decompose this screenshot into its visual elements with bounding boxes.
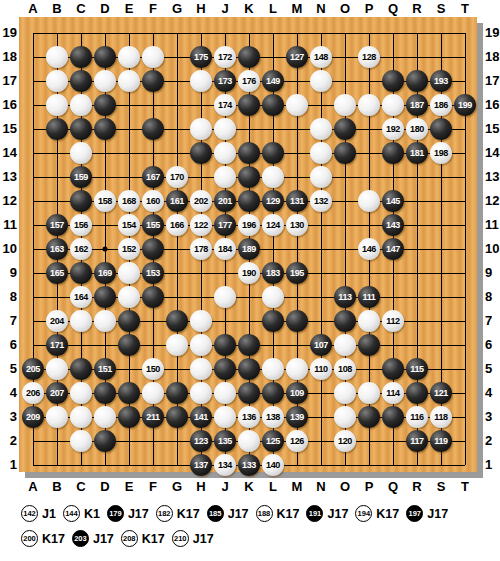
stone-N18[interactable]: 148 bbox=[310, 46, 332, 68]
stone-L7[interactable] bbox=[262, 310, 284, 332]
stone-B16[interactable] bbox=[46, 94, 68, 116]
stone-H3[interactable]: 141 bbox=[190, 406, 212, 428]
stone-J6[interactable] bbox=[214, 334, 236, 356]
stone-D15[interactable] bbox=[94, 118, 116, 140]
stone-L13[interactable] bbox=[262, 166, 284, 188]
caption-point-label: J17 bbox=[193, 532, 214, 546]
stone-N17[interactable] bbox=[310, 70, 332, 92]
stone-S3[interactable]: 118 bbox=[430, 406, 452, 428]
stone-E10[interactable]: 152 bbox=[118, 238, 140, 260]
stone-B7[interactable]: 204 bbox=[46, 310, 68, 332]
stone-D3[interactable] bbox=[94, 406, 116, 428]
col-label-H: H bbox=[196, 2, 205, 16]
stone-L11[interactable]: 124 bbox=[262, 214, 284, 236]
row-label-19-right: 19 bbox=[485, 26, 500, 40]
stone-G6[interactable] bbox=[166, 334, 188, 356]
stone-Q10[interactable]: 147 bbox=[382, 238, 404, 260]
stone-C11[interactable]: 156 bbox=[70, 214, 92, 236]
caption-stone-200: 200 bbox=[21, 530, 38, 547]
stone-O3[interactable] bbox=[334, 406, 356, 428]
stone-C14[interactable] bbox=[70, 142, 92, 164]
stone-H10[interactable]: 178 bbox=[190, 238, 212, 260]
col-label-L: L bbox=[269, 480, 277, 494]
stone-B18[interactable] bbox=[46, 46, 68, 68]
stone-L3[interactable]: 138 bbox=[262, 406, 284, 428]
stone-M12[interactable]: 131 bbox=[286, 190, 308, 212]
row-label-18-left: 18 bbox=[0, 50, 17, 64]
stone-F17[interactable] bbox=[142, 70, 164, 92]
stone-J2[interactable]: 135 bbox=[214, 430, 236, 452]
stone-Q3[interactable] bbox=[382, 406, 404, 428]
stone-E18[interactable] bbox=[118, 46, 140, 68]
stone-C15[interactable] bbox=[70, 118, 92, 140]
stone-Q4[interactable]: 114 bbox=[382, 382, 404, 404]
stone-O16[interactable] bbox=[334, 94, 356, 116]
col-label-C: C bbox=[76, 480, 85, 494]
stone-K10[interactable]: 189 bbox=[238, 238, 260, 260]
stone-F8[interactable] bbox=[142, 286, 164, 308]
stone-P7[interactable] bbox=[358, 310, 380, 332]
stone-R5[interactable]: 115 bbox=[406, 358, 428, 380]
stone-F13[interactable]: 167 bbox=[142, 166, 164, 188]
stone-D18[interactable] bbox=[94, 46, 116, 68]
stone-B15[interactable] bbox=[46, 118, 68, 140]
stone-P16[interactable] bbox=[358, 94, 380, 116]
stone-F15[interactable] bbox=[142, 118, 164, 140]
stone-F10[interactable] bbox=[142, 238, 164, 260]
col-label-T: T bbox=[461, 2, 469, 16]
stone-H4[interactable] bbox=[190, 382, 212, 404]
stone-C10[interactable]: 162 bbox=[70, 238, 92, 260]
caption-move-142: 142J1 bbox=[21, 505, 56, 522]
stone-G13[interactable]: 170 bbox=[166, 166, 188, 188]
stone-K9[interactable]: 190 bbox=[238, 262, 260, 284]
stone-J5[interactable] bbox=[214, 358, 236, 380]
stone-Q15[interactable]: 192 bbox=[382, 118, 404, 140]
stone-J3[interactable] bbox=[214, 406, 236, 428]
stone-C9[interactable] bbox=[70, 262, 92, 284]
row-label-14-right: 14 bbox=[485, 146, 500, 160]
row-label-17-right: 17 bbox=[485, 74, 500, 88]
stone-K12[interactable] bbox=[238, 190, 260, 212]
col-label-C: C bbox=[76, 2, 85, 16]
stone-J1[interactable]: 134 bbox=[214, 454, 236, 476]
stone-K13[interactable] bbox=[238, 166, 260, 188]
stone-N13[interactable] bbox=[310, 166, 332, 188]
caption-move-203: 203J17 bbox=[72, 530, 114, 547]
stone-F18[interactable] bbox=[142, 46, 164, 68]
stone-R16[interactable]: 187 bbox=[406, 94, 428, 116]
stone-L2[interactable]: 125 bbox=[262, 430, 284, 452]
stone-R14[interactable]: 181 bbox=[406, 142, 428, 164]
stone-F4[interactable] bbox=[142, 382, 164, 404]
stone-H17[interactable] bbox=[190, 70, 212, 92]
stone-S2[interactable]: 119 bbox=[430, 430, 452, 452]
stone-G12[interactable]: 161 bbox=[166, 190, 188, 212]
caption-stone-179: 179 bbox=[107, 505, 124, 522]
stone-G3[interactable] bbox=[166, 406, 188, 428]
stone-Q5[interactable] bbox=[382, 358, 404, 380]
col-label-E: E bbox=[125, 480, 134, 494]
caption-move-210: 210J17 bbox=[172, 530, 214, 547]
stone-K16[interactable] bbox=[238, 94, 260, 116]
stone-F3[interactable]: 211 bbox=[142, 406, 164, 428]
stone-L5[interactable] bbox=[262, 358, 284, 380]
caption-move-194: 194K17 bbox=[355, 505, 399, 522]
stone-M2[interactable]: 126 bbox=[286, 430, 308, 452]
stone-L4[interactable] bbox=[262, 382, 284, 404]
row-label-17-left: 17 bbox=[0, 74, 17, 88]
stone-Q11[interactable]: 143 bbox=[382, 214, 404, 236]
stone-N12[interactable]: 132 bbox=[310, 190, 332, 212]
row-label-16-left: 16 bbox=[0, 98, 17, 112]
row-label-4-right: 4 bbox=[485, 386, 500, 400]
stone-D5[interactable]: 151 bbox=[94, 358, 116, 380]
stone-B3[interactable] bbox=[46, 406, 68, 428]
stone-C3[interactable] bbox=[70, 406, 92, 428]
row-label-13-right: 13 bbox=[485, 170, 500, 184]
stone-D4[interactable] bbox=[94, 382, 116, 404]
stone-J14[interactable] bbox=[214, 142, 236, 164]
stone-P4[interactable] bbox=[358, 382, 380, 404]
stone-J4[interactable] bbox=[214, 382, 236, 404]
col-label-J: J bbox=[221, 480, 228, 494]
caption-move-185: 185J17 bbox=[207, 505, 249, 522]
col-label-R: R bbox=[412, 2, 421, 16]
stone-D17[interactable] bbox=[94, 70, 116, 92]
row-label-6-left: 6 bbox=[0, 338, 17, 352]
stone-K17[interactable]: 176 bbox=[238, 70, 260, 92]
stone-H7[interactable] bbox=[190, 310, 212, 332]
stone-H11[interactable]: 122 bbox=[190, 214, 212, 236]
stone-N15[interactable] bbox=[310, 118, 332, 140]
stone-S15[interactable] bbox=[430, 118, 452, 140]
stone-S14[interactable]: 198 bbox=[430, 142, 452, 164]
stone-B17[interactable] bbox=[46, 70, 68, 92]
stone-E3[interactable] bbox=[118, 406, 140, 428]
caption-point-label: J17 bbox=[228, 507, 249, 521]
caption-point-label: J17 bbox=[427, 507, 448, 521]
stone-H6[interactable] bbox=[190, 334, 212, 356]
stone-E12[interactable]: 168 bbox=[118, 190, 140, 212]
stone-H18[interactable]: 175 bbox=[190, 46, 212, 68]
row-label-10-left: 10 bbox=[0, 242, 17, 256]
caption-move-197: 197J17 bbox=[406, 505, 448, 522]
row-label-3-right: 3 bbox=[485, 410, 500, 424]
row-label-16-right: 16 bbox=[485, 98, 500, 112]
col-label-E: E bbox=[125, 2, 134, 16]
col-label-Q: Q bbox=[388, 2, 398, 16]
stone-O14[interactable] bbox=[334, 142, 356, 164]
stone-M9[interactable]: 195 bbox=[286, 262, 308, 284]
col-label-J: J bbox=[221, 2, 228, 16]
stone-K5[interactable] bbox=[238, 358, 260, 380]
row-label-15-left: 15 bbox=[0, 122, 17, 136]
stone-A5[interactable]: 205 bbox=[22, 358, 44, 380]
col-label-L: L bbox=[269, 2, 277, 16]
caption-point-label: J17 bbox=[128, 507, 149, 521]
stone-M18[interactable]: 127 bbox=[286, 46, 308, 68]
stone-J13[interactable] bbox=[214, 166, 236, 188]
stone-H2[interactable]: 123 bbox=[190, 430, 212, 452]
row-label-5-left: 5 bbox=[0, 362, 17, 376]
caption-stone-191: 191 bbox=[306, 505, 323, 522]
caption-move-188: 188K17 bbox=[256, 505, 300, 522]
star-point-D10 bbox=[103, 247, 108, 252]
stone-K11[interactable]: 196 bbox=[238, 214, 260, 236]
stone-D16[interactable] bbox=[94, 94, 116, 116]
stone-R4[interactable] bbox=[406, 382, 428, 404]
stone-F9[interactable]: 153 bbox=[142, 262, 164, 284]
caption-move-191: 191J17 bbox=[306, 505, 348, 522]
stone-C5[interactable] bbox=[70, 358, 92, 380]
col-label-G: G bbox=[172, 2, 182, 16]
stone-H5[interactable] bbox=[190, 358, 212, 380]
stone-E17[interactable] bbox=[118, 70, 140, 92]
stone-C16[interactable] bbox=[70, 94, 92, 116]
row-label-11-left: 11 bbox=[0, 218, 17, 232]
stone-K2[interactable] bbox=[238, 430, 260, 452]
stone-J15[interactable] bbox=[214, 118, 236, 140]
stone-C8[interactable]: 164 bbox=[70, 286, 92, 308]
caption-point-label: J17 bbox=[93, 532, 114, 546]
stone-C17[interactable] bbox=[70, 70, 92, 92]
caption-point-label: K1 bbox=[84, 507, 100, 521]
stone-Q12[interactable]: 145 bbox=[382, 190, 404, 212]
stone-N5[interactable]: 110 bbox=[310, 358, 332, 380]
row-label-15-right: 15 bbox=[485, 122, 500, 136]
stone-M4[interactable]: 109 bbox=[286, 382, 308, 404]
goban[interactable]: 1751721271481281731761491931741871861991… bbox=[19, 17, 477, 472]
stone-P3[interactable] bbox=[358, 406, 380, 428]
col-label-N: N bbox=[316, 480, 325, 494]
stone-O4[interactable] bbox=[334, 382, 356, 404]
stone-B4[interactable]: 207 bbox=[46, 382, 68, 404]
stone-P18[interactable]: 128 bbox=[358, 46, 380, 68]
stone-A4[interactable]: 206 bbox=[22, 382, 44, 404]
stone-A3[interactable]: 209 bbox=[22, 406, 44, 428]
row-label-2-right: 2 bbox=[485, 434, 500, 448]
stone-K1[interactable]: 133 bbox=[238, 454, 260, 476]
stone-Q17[interactable] bbox=[382, 70, 404, 92]
stone-Q14[interactable] bbox=[382, 142, 404, 164]
row-label-12-left: 12 bbox=[0, 194, 17, 208]
col-label-O: O bbox=[340, 480, 350, 494]
col-label-A: A bbox=[28, 2, 37, 16]
stone-D9[interactable]: 169 bbox=[94, 262, 116, 284]
caption-stone-188: 188 bbox=[256, 505, 273, 522]
col-label-M: M bbox=[292, 480, 303, 494]
caption-move-200: 200K17 bbox=[21, 530, 65, 547]
stone-K6[interactable] bbox=[238, 334, 260, 356]
stone-L8[interactable] bbox=[262, 286, 284, 308]
stone-E8[interactable] bbox=[118, 286, 140, 308]
col-label-O: O bbox=[340, 2, 350, 16]
col-label-S: S bbox=[437, 2, 446, 16]
col-label-N: N bbox=[316, 2, 325, 16]
caption-stone-182: 182 bbox=[156, 505, 173, 522]
row-label-18-right: 18 bbox=[485, 50, 500, 64]
stone-S16[interactable]: 186 bbox=[430, 94, 452, 116]
row-label-1-right: 1 bbox=[485, 458, 500, 472]
stone-F11[interactable]: 155 bbox=[142, 214, 164, 236]
stone-P10[interactable]: 146 bbox=[358, 238, 380, 260]
caption-move-144: 144K1 bbox=[63, 505, 100, 522]
stone-T16[interactable]: 199 bbox=[454, 94, 476, 116]
stone-G4[interactable] bbox=[166, 382, 188, 404]
stone-K18[interactable] bbox=[238, 46, 260, 68]
stone-O2[interactable]: 120 bbox=[334, 430, 356, 452]
stone-R2[interactable]: 117 bbox=[406, 430, 428, 452]
col-label-D: D bbox=[100, 480, 109, 494]
stone-C18[interactable] bbox=[70, 46, 92, 68]
stone-E9[interactable] bbox=[118, 262, 140, 284]
caption-point-label: K17 bbox=[277, 507, 300, 521]
col-label-G: G bbox=[172, 480, 182, 494]
col-label-S: S bbox=[437, 480, 446, 494]
caption-move-179: 179J17 bbox=[107, 505, 149, 522]
stone-H15[interactable] bbox=[190, 118, 212, 140]
go-game-diagram: ABCDEFGHJKLMNOPQRST 19181716151413121110… bbox=[0, 0, 500, 561]
stone-M7[interactable] bbox=[286, 310, 308, 332]
row-label-12-right: 12 bbox=[485, 194, 500, 208]
stone-B9[interactable]: 165 bbox=[46, 262, 68, 284]
stone-L14[interactable] bbox=[262, 142, 284, 164]
caption-point-label: K17 bbox=[42, 532, 65, 546]
stone-C4[interactable] bbox=[70, 382, 92, 404]
stone-D12[interactable]: 158 bbox=[94, 190, 116, 212]
stone-G7[interactable] bbox=[166, 310, 188, 332]
stone-L9[interactable]: 183 bbox=[262, 262, 284, 284]
stone-K14[interactable] bbox=[238, 142, 260, 164]
stone-O15[interactable] bbox=[334, 118, 356, 140]
caption-point-label: J1 bbox=[42, 507, 56, 521]
stone-O8[interactable]: 113 bbox=[334, 286, 356, 308]
col-label-P: P bbox=[365, 2, 374, 16]
stone-J8[interactable] bbox=[214, 286, 236, 308]
stone-J17[interactable]: 173 bbox=[214, 70, 236, 92]
stone-B10[interactable]: 163 bbox=[46, 238, 68, 260]
stone-D2[interactable] bbox=[94, 430, 116, 452]
stone-C7[interactable] bbox=[70, 310, 92, 332]
stone-K3[interactable]: 136 bbox=[238, 406, 260, 428]
stone-J18[interactable]: 172 bbox=[214, 46, 236, 68]
stone-S17[interactable]: 193 bbox=[430, 70, 452, 92]
stone-P8[interactable]: 111 bbox=[358, 286, 380, 308]
stone-H12[interactable]: 202 bbox=[190, 190, 212, 212]
stone-B6[interactable]: 171 bbox=[46, 334, 68, 356]
caption-move-208: 208K17 bbox=[121, 530, 165, 547]
stone-C12[interactable] bbox=[70, 190, 92, 212]
stone-B5[interactable] bbox=[46, 358, 68, 380]
col-label-T: T bbox=[461, 480, 469, 494]
stone-D8[interactable] bbox=[94, 286, 116, 308]
stone-L16[interactable] bbox=[262, 94, 284, 116]
stone-F5[interactable]: 150 bbox=[142, 358, 164, 380]
stone-Q16[interactable] bbox=[382, 94, 404, 116]
stone-L1[interactable]: 140 bbox=[262, 454, 284, 476]
col-label-M: M bbox=[292, 2, 303, 16]
stone-C2[interactable] bbox=[70, 430, 92, 452]
caption-line-1: 142J1144K1179J17182K17185J17188K17191J17… bbox=[21, 505, 448, 522]
stone-N6[interactable]: 107 bbox=[310, 334, 332, 356]
stone-R3[interactable]: 116 bbox=[406, 406, 428, 428]
stone-G11[interactable]: 166 bbox=[166, 214, 188, 236]
row-label-8-right: 8 bbox=[485, 290, 500, 304]
caption-line-2: 200K17203J17208K17210J17 bbox=[21, 530, 214, 547]
row-label-4-left: 4 bbox=[0, 386, 17, 400]
row-label-5-right: 5 bbox=[485, 362, 500, 376]
row-label-19-left: 19 bbox=[0, 26, 17, 40]
row-label-13-left: 13 bbox=[0, 170, 17, 184]
caption-point-label: K17 bbox=[376, 507, 399, 521]
stone-J10[interactable]: 184 bbox=[214, 238, 236, 260]
stone-D7[interactable] bbox=[94, 310, 116, 332]
caption-stone-185: 185 bbox=[207, 505, 224, 522]
stone-R15[interactable]: 180 bbox=[406, 118, 428, 140]
stone-E7[interactable] bbox=[118, 310, 140, 332]
stone-M11[interactable]: 130 bbox=[286, 214, 308, 236]
stone-E11[interactable]: 154 bbox=[118, 214, 140, 236]
row-label-1-left: 1 bbox=[0, 458, 17, 472]
stone-J12[interactable]: 201 bbox=[214, 190, 236, 212]
caption-stone-197: 197 bbox=[406, 505, 423, 522]
row-label-6-right: 6 bbox=[485, 338, 500, 352]
stone-P6[interactable] bbox=[358, 334, 380, 356]
col-label-P: P bbox=[365, 480, 374, 494]
col-label-R: R bbox=[412, 480, 421, 494]
caption-point-label: K17 bbox=[142, 532, 165, 546]
col-label-F: F bbox=[149, 2, 157, 16]
caption-move-182: 182K17 bbox=[156, 505, 200, 522]
row-label-8-left: 8 bbox=[0, 290, 17, 304]
stone-J11[interactable]: 177 bbox=[214, 214, 236, 236]
stone-K4[interactable] bbox=[238, 382, 260, 404]
row-label-7-right: 7 bbox=[485, 314, 500, 328]
stone-B11[interactable]: 157 bbox=[46, 214, 68, 236]
stone-L12[interactable]: 129 bbox=[262, 190, 284, 212]
stone-C13[interactable]: 159 bbox=[70, 166, 92, 188]
stone-E4[interactable] bbox=[118, 382, 140, 404]
caption-stone-194: 194 bbox=[355, 505, 372, 522]
row-label-7-left: 7 bbox=[0, 314, 17, 328]
stone-H1[interactable]: 137 bbox=[190, 454, 212, 476]
stone-P12[interactable] bbox=[358, 190, 380, 212]
stone-O7[interactable] bbox=[334, 310, 356, 332]
stone-M5[interactable] bbox=[286, 358, 308, 380]
stone-O5[interactable]: 108 bbox=[334, 358, 356, 380]
stone-E6[interactable] bbox=[118, 334, 140, 356]
stone-F12[interactable]: 160 bbox=[142, 190, 164, 212]
col-label-Q: Q bbox=[388, 480, 398, 494]
stone-L17[interactable]: 149 bbox=[262, 70, 284, 92]
stone-N14[interactable] bbox=[310, 142, 332, 164]
col-label-B: B bbox=[52, 480, 61, 494]
caption-stone-203: 203 bbox=[72, 530, 89, 547]
stone-S4[interactable]: 121 bbox=[430, 382, 452, 404]
caption-point-label: K17 bbox=[177, 507, 200, 521]
stone-M3[interactable]: 139 bbox=[286, 406, 308, 428]
stone-O6[interactable] bbox=[334, 334, 356, 356]
col-label-F: F bbox=[149, 480, 157, 494]
stone-Q7[interactable]: 112 bbox=[382, 310, 404, 332]
caption-stone-208: 208 bbox=[121, 530, 138, 547]
stone-R17[interactable] bbox=[406, 70, 428, 92]
stone-H14[interactable] bbox=[190, 142, 212, 164]
stone-M16[interactable] bbox=[286, 94, 308, 116]
stone-J16[interactable]: 174 bbox=[214, 94, 236, 116]
caption-point-label: J17 bbox=[327, 507, 348, 521]
